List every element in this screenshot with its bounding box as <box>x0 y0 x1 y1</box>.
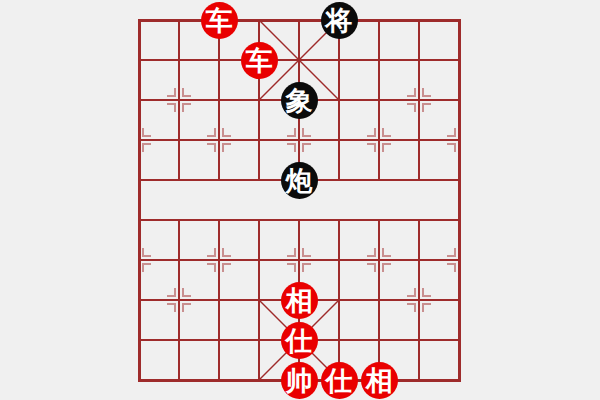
board-point[interactable]: 炮 <box>279 160 319 200</box>
board-point[interactable] <box>239 160 279 200</box>
piece-red-elephant[interactable]: 相 <box>361 362 398 399</box>
board-point[interactable] <box>359 320 399 360</box>
board-point[interactable] <box>439 120 479 160</box>
board-point[interactable] <box>319 80 359 120</box>
board-point[interactable] <box>199 240 239 280</box>
board-point[interactable] <box>359 200 399 240</box>
board-point[interactable] <box>319 280 359 320</box>
board-point[interactable] <box>359 280 399 320</box>
board-point[interactable] <box>159 280 199 320</box>
board-point[interactable] <box>319 200 359 240</box>
board-point[interactable] <box>439 0 479 40</box>
xiangqi-board: 车将车象炮相仕帅仕相 <box>0 0 600 400</box>
board-point[interactable] <box>319 320 359 360</box>
piece-red-chariot[interactable]: 车 <box>241 42 278 79</box>
board-point[interactable]: 将 <box>319 0 359 40</box>
board-point[interactable] <box>319 240 359 280</box>
board-point[interactable] <box>159 240 199 280</box>
board-point[interactable] <box>279 40 319 80</box>
board-point[interactable] <box>359 160 399 200</box>
piece-red-general[interactable]: 帅 <box>281 362 318 399</box>
board-point[interactable] <box>399 280 439 320</box>
board-point[interactable] <box>199 360 239 400</box>
board-point[interactable] <box>239 360 279 400</box>
board-point[interactable] <box>119 240 159 280</box>
board-point[interactable] <box>279 120 319 160</box>
board-point[interactable] <box>399 80 439 120</box>
board-point[interactable]: 帅 <box>279 360 319 400</box>
board-point[interactable] <box>359 240 399 280</box>
board-point[interactable] <box>119 200 159 240</box>
board-point[interactable] <box>199 120 239 160</box>
board-point[interactable] <box>239 0 279 40</box>
board-point[interactable] <box>359 0 399 40</box>
board-point[interactable] <box>399 0 439 40</box>
board-point[interactable]: 车 <box>199 0 239 40</box>
board-point[interactable] <box>119 320 159 360</box>
board-point[interactable] <box>279 240 319 280</box>
board-point[interactable] <box>239 280 279 320</box>
board-point[interactable] <box>439 320 479 360</box>
board-point[interactable] <box>159 80 199 120</box>
board-point[interactable] <box>159 120 199 160</box>
board-point[interactable] <box>199 80 239 120</box>
board-point[interactable] <box>119 280 159 320</box>
board-point[interactable] <box>399 320 439 360</box>
board-point[interactable] <box>399 360 439 400</box>
board-point[interactable] <box>439 160 479 200</box>
board-point[interactable] <box>439 40 479 80</box>
board-point[interactable] <box>439 200 479 240</box>
piece-red-advisor[interactable]: 仕 <box>321 362 358 399</box>
board-point[interactable] <box>319 120 359 160</box>
board-point[interactable] <box>279 0 319 40</box>
board-point[interactable] <box>159 200 199 240</box>
board-point[interactable] <box>119 360 159 400</box>
board-point[interactable]: 相 <box>279 280 319 320</box>
piece-red-advisor[interactable]: 仕 <box>281 322 318 359</box>
board-point[interactable]: 仕 <box>279 320 319 360</box>
board-point[interactable] <box>119 40 159 80</box>
board-point[interactable]: 车 <box>239 40 279 80</box>
board-point[interactable] <box>399 120 439 160</box>
board-point[interactable] <box>439 240 479 280</box>
board-point[interactable] <box>359 120 399 160</box>
board-point[interactable] <box>119 80 159 120</box>
board-point[interactable] <box>199 160 239 200</box>
board-points-layer: 车将车象炮相仕帅仕相 <box>119 0 479 400</box>
board-point[interactable]: 象 <box>279 80 319 120</box>
board-point[interactable] <box>239 80 279 120</box>
board-point[interactable] <box>199 200 239 240</box>
board-point[interactable] <box>159 320 199 360</box>
board-point[interactable] <box>159 160 199 200</box>
piece-red-chariot[interactable]: 车 <box>201 2 238 39</box>
board-point[interactable] <box>199 320 239 360</box>
board-point[interactable] <box>399 40 439 80</box>
board-point[interactable] <box>239 120 279 160</box>
piece-red-elephant[interactable]: 相 <box>281 282 318 319</box>
board-point[interactable] <box>239 240 279 280</box>
board-point[interactable] <box>119 0 159 40</box>
piece-black-cannon[interactable]: 炮 <box>281 162 318 199</box>
board-point[interactable] <box>359 40 399 80</box>
board-point[interactable] <box>319 40 359 80</box>
board-point[interactable] <box>159 360 199 400</box>
board-point[interactable] <box>319 160 359 200</box>
board-point[interactable] <box>439 360 479 400</box>
board-point[interactable] <box>399 240 439 280</box>
board-point[interactable] <box>159 40 199 80</box>
board-point[interactable] <box>359 80 399 120</box>
board-point[interactable] <box>399 160 439 200</box>
board-point[interactable]: 相 <box>359 360 399 400</box>
board-point[interactable] <box>439 80 479 120</box>
board-point[interactable] <box>399 200 439 240</box>
board-point[interactable]: 仕 <box>319 360 359 400</box>
board-point[interactable] <box>279 200 319 240</box>
board-point[interactable] <box>439 280 479 320</box>
board-point[interactable] <box>199 280 239 320</box>
board-point[interactable] <box>119 160 159 200</box>
board-point[interactable] <box>199 40 239 80</box>
piece-black-elephant[interactable]: 象 <box>281 82 318 119</box>
board-point[interactable] <box>159 0 199 40</box>
board-point[interactable] <box>119 120 159 160</box>
board-point[interactable] <box>239 200 279 240</box>
board-point[interactable] <box>239 320 279 360</box>
piece-black-general[interactable]: 将 <box>321 2 358 39</box>
